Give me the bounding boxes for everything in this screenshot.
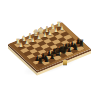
chess-set-photo: ♜♞♟♝♟♚♟♛♟♝♟♞♟♜♟♟♟♟♜♟♞♟♝♟♚♟♛♟♝♟♞♜ [0,0,100,100]
white-pawn-piece: ♟ [60,25,64,31]
black-rook-piece: ♜ [37,56,43,65]
pieces-layer: ♜♞♟♝♟♚♟♛♟♝♟♞♟♜♟♟♟♟♜♟♞♟♝♟♚♟♛♟♝♟♞♜ [0,0,100,100]
white-pawn-piece: ♟ [43,32,47,38]
white-pawn-piece: ♟ [31,37,35,43]
white-pawn-piece: ♟ [48,30,52,36]
black-rook-piece: ♜ [78,40,84,49]
white-pawn-piece: ♟ [25,39,29,45]
black-knight-piece: ♞ [43,53,50,63]
white-pawn-piece: ♟ [37,35,41,41]
white-pawn-piece: ♟ [19,42,23,48]
white-pawn-piece: ♟ [54,27,58,33]
